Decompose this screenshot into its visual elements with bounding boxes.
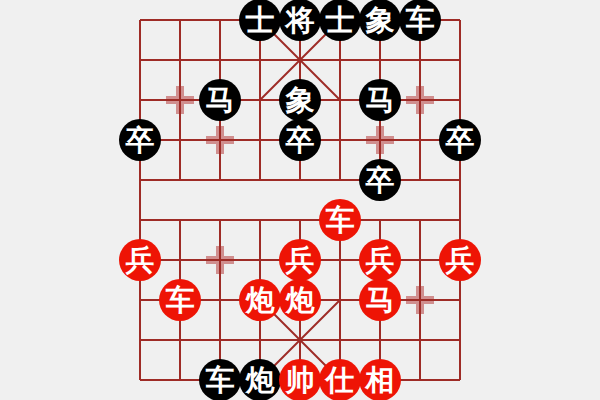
piece-black-soldier[interactable]: 卒 [119, 119, 161, 161]
point-marker [406, 286, 434, 314]
point-marker [366, 126, 394, 154]
piece-red-advisor[interactable]: 仕 [319, 359, 361, 400]
board-grid [0, 0, 600, 400]
piece-black-horse[interactable]: 马 [359, 79, 401, 121]
piece-black-soldier[interactable]: 卒 [359, 159, 401, 201]
piece-red-horse[interactable]: 马 [359, 279, 401, 321]
point-marker [206, 126, 234, 154]
piece-black-cannon[interactable]: 炮 [239, 359, 281, 400]
piece-black-soldier[interactable]: 卒 [279, 119, 321, 161]
piece-black-soldier[interactable]: 卒 [439, 119, 481, 161]
point-marker [166, 86, 194, 114]
piece-red-soldier[interactable]: 兵 [279, 239, 321, 281]
piece-black-elephant[interactable]: 象 [279, 79, 321, 121]
piece-red-chariot[interactable]: 车 [319, 199, 361, 241]
piece-red-general[interactable]: 帅 [279, 359, 321, 400]
piece-red-cannon[interactable]: 炮 [279, 279, 321, 321]
xiangqi-board[interactable]: 士将士象车马象马卒卒卒卒车炮车兵兵兵兵车炮炮马帅仕相 [0, 0, 600, 400]
piece-black-chariot[interactable]: 车 [399, 0, 441, 41]
piece-red-cannon[interactable]: 炮 [239, 279, 281, 321]
piece-black-chariot[interactable]: 车 [199, 359, 241, 400]
piece-black-general[interactable]: 将 [279, 0, 321, 41]
point-marker [406, 86, 434, 114]
piece-red-soldier[interactable]: 兵 [359, 239, 401, 281]
piece-black-advisor[interactable]: 士 [239, 0, 281, 41]
piece-black-elephant[interactable]: 象 [359, 0, 401, 41]
piece-red-soldier[interactable]: 兵 [119, 239, 161, 281]
piece-black-advisor[interactable]: 士 [319, 0, 361, 41]
piece-red-soldier[interactable]: 兵 [439, 239, 481, 281]
piece-red-elephant[interactable]: 相 [359, 359, 401, 400]
point-marker [206, 246, 234, 274]
piece-black-horse[interactable]: 马 [199, 79, 241, 121]
piece-red-chariot[interactable]: 车 [159, 279, 201, 321]
